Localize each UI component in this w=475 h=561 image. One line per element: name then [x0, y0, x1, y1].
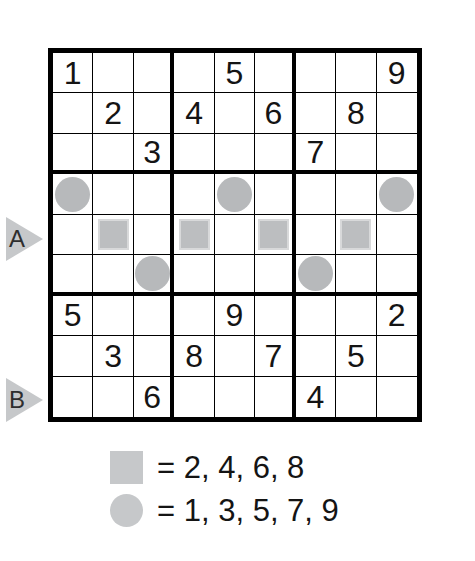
given-digit: 6 [143, 381, 161, 413]
legend-odd: = 1, 3, 5, 7, 9 [110, 492, 339, 528]
cell-r3c4[interactable] [174, 134, 214, 174]
odd-circle-mark [298, 256, 333, 291]
cell-r5c1[interactable] [53, 215, 93, 255]
cell-r3c2[interactable] [93, 134, 133, 174]
cell-r7c4[interactable] [174, 296, 214, 336]
even-square-mark [258, 219, 289, 250]
cell-r1c9[interactable]: 9 [377, 53, 417, 93]
cell-r3c1[interactable] [53, 134, 93, 174]
cell-r3c7[interactable]: 7 [296, 134, 336, 174]
cell-r6c1[interactable] [53, 255, 93, 295]
cell-r2c6[interactable]: 6 [255, 93, 295, 133]
cell-r7c5[interactable]: 9 [215, 296, 255, 336]
cell-r8c6[interactable]: 7 [255, 336, 295, 376]
cell-r8c3[interactable] [134, 336, 174, 376]
cell-r7c2[interactable] [93, 296, 133, 336]
cell-r4c6[interactable] [255, 174, 295, 214]
cell-r6c9[interactable] [377, 255, 417, 295]
cell-r1c8[interactable] [336, 53, 376, 93]
cell-r8c7[interactable] [296, 336, 336, 376]
cell-r6c2[interactable] [93, 255, 133, 295]
cell-r9c6[interactable] [255, 377, 295, 417]
given-digit: 5 [226, 57, 244, 89]
cell-r6c3[interactable] [134, 255, 174, 295]
cell-r7c6[interactable] [255, 296, 295, 336]
cell-r4c4[interactable] [174, 174, 214, 214]
given-digit: 7 [265, 340, 283, 372]
cell-r4c7[interactable] [296, 174, 336, 214]
cell-r4c1[interactable] [53, 174, 93, 214]
cell-r3c6[interactable] [255, 134, 295, 174]
cell-r9c2[interactable] [93, 377, 133, 417]
given-digit: 6 [265, 97, 283, 129]
cell-r9c1[interactable] [53, 377, 93, 417]
cell-r5c7[interactable] [296, 215, 336, 255]
cell-r5c9[interactable] [377, 215, 417, 255]
cell-r1c7[interactable] [296, 53, 336, 93]
given-digit: 8 [185, 340, 203, 372]
odd-circle-mark [55, 177, 90, 212]
cell-r4c5[interactable] [215, 174, 255, 214]
cell-r1c5[interactable]: 5 [215, 53, 255, 93]
cell-r6c7[interactable] [296, 255, 336, 295]
cell-r9c7[interactable]: 4 [296, 377, 336, 417]
cell-r2c2[interactable]: 2 [93, 93, 133, 133]
cell-r6c6[interactable] [255, 255, 295, 295]
cell-r8c8[interactable]: 5 [336, 336, 376, 376]
given-digit: 3 [104, 340, 122, 372]
cell-r8c2[interactable]: 3 [93, 336, 133, 376]
cell-r5c5[interactable] [215, 215, 255, 255]
row-marker-b-label: B [6, 388, 25, 412]
given-digit: 5 [64, 299, 82, 331]
cell-r5c2[interactable] [93, 215, 133, 255]
cell-r9c5[interactable] [215, 377, 255, 417]
given-digit: 2 [388, 299, 406, 331]
cell-r6c5[interactable] [215, 255, 255, 295]
cell-r2c9[interactable] [377, 93, 417, 133]
given-digit: 4 [306, 381, 324, 413]
row-marker-b-icon: B [6, 378, 43, 422]
row-marker-a-label: A [6, 227, 25, 251]
cell-r6c4[interactable] [174, 255, 214, 295]
legend-odd-text: = 1, 3, 5, 7, 9 [157, 495, 339, 526]
cell-r3c3[interactable]: 3 [134, 134, 174, 174]
even-square-mark [98, 219, 129, 250]
cell-r3c9[interactable] [377, 134, 417, 174]
cell-r7c8[interactable] [336, 296, 376, 336]
row-marker-a-icon: A [6, 217, 43, 261]
cell-r7c7[interactable] [296, 296, 336, 336]
cell-r1c2[interactable] [93, 53, 133, 93]
cell-r2c5[interactable] [215, 93, 255, 133]
odd-circle-icon [110, 494, 143, 527]
cell-r6c8[interactable] [336, 255, 376, 295]
cell-r7c3[interactable] [134, 296, 174, 336]
cell-r5c6[interactable] [255, 215, 295, 255]
cell-r1c3[interactable] [134, 53, 174, 93]
cell-r4c9[interactable] [377, 174, 417, 214]
cell-r2c3[interactable] [134, 93, 174, 133]
even-square-icon [110, 451, 143, 484]
cell-r8c5[interactable] [215, 336, 255, 376]
cell-r4c8[interactable] [336, 174, 376, 214]
cell-r1c6[interactable] [255, 53, 295, 93]
odd-circle-mark [217, 177, 252, 212]
cell-r8c1[interactable] [53, 336, 93, 376]
given-digit: 1 [64, 57, 82, 89]
cell-r9c8[interactable] [336, 377, 376, 417]
cell-r2c7[interactable] [296, 93, 336, 133]
cell-r3c8[interactable] [336, 134, 376, 174]
given-digit: 9 [388, 57, 406, 89]
even-square-mark [340, 219, 371, 250]
given-digit: 7 [306, 136, 324, 168]
cell-r5c8[interactable] [336, 215, 376, 255]
cell-r5c3[interactable] [134, 215, 174, 255]
legend-even: = 2, 4, 6, 8 [110, 449, 304, 485]
legend-even-text: = 2, 4, 6, 8 [157, 452, 304, 483]
cell-r3c5[interactable] [215, 134, 255, 174]
cell-r4c2[interactable] [93, 174, 133, 214]
cell-r2c8[interactable]: 8 [336, 93, 376, 133]
even-square-mark [179, 219, 210, 250]
given-digit: 4 [185, 97, 203, 129]
cell-r8c4[interactable]: 8 [174, 336, 214, 376]
given-digit: 9 [226, 299, 244, 331]
odd-circle-mark [379, 177, 414, 212]
cell-r2c4[interactable]: 4 [174, 93, 214, 133]
given-digit: 2 [104, 97, 122, 129]
cell-r1c4[interactable] [174, 53, 214, 93]
cell-r5c4[interactable] [174, 215, 214, 255]
cell-r2c1[interactable] [53, 93, 93, 133]
cell-r7c9[interactable]: 2 [377, 296, 417, 336]
given-digit: 8 [347, 97, 365, 129]
cell-r9c9[interactable] [377, 377, 417, 417]
cell-r1c1[interactable]: 1 [53, 53, 93, 93]
given-digit: 5 [347, 340, 365, 372]
sudoku-board: 159246837592387564 [48, 48, 422, 422]
cell-r9c3[interactable]: 6 [134, 377, 174, 417]
given-digit: 3 [143, 136, 161, 168]
cell-r9c4[interactable] [174, 377, 214, 417]
odd-circle-mark [135, 256, 170, 291]
cell-r7c1[interactable]: 5 [53, 296, 93, 336]
cell-r8c9[interactable] [377, 336, 417, 376]
cell-r4c3[interactable] [134, 174, 174, 214]
